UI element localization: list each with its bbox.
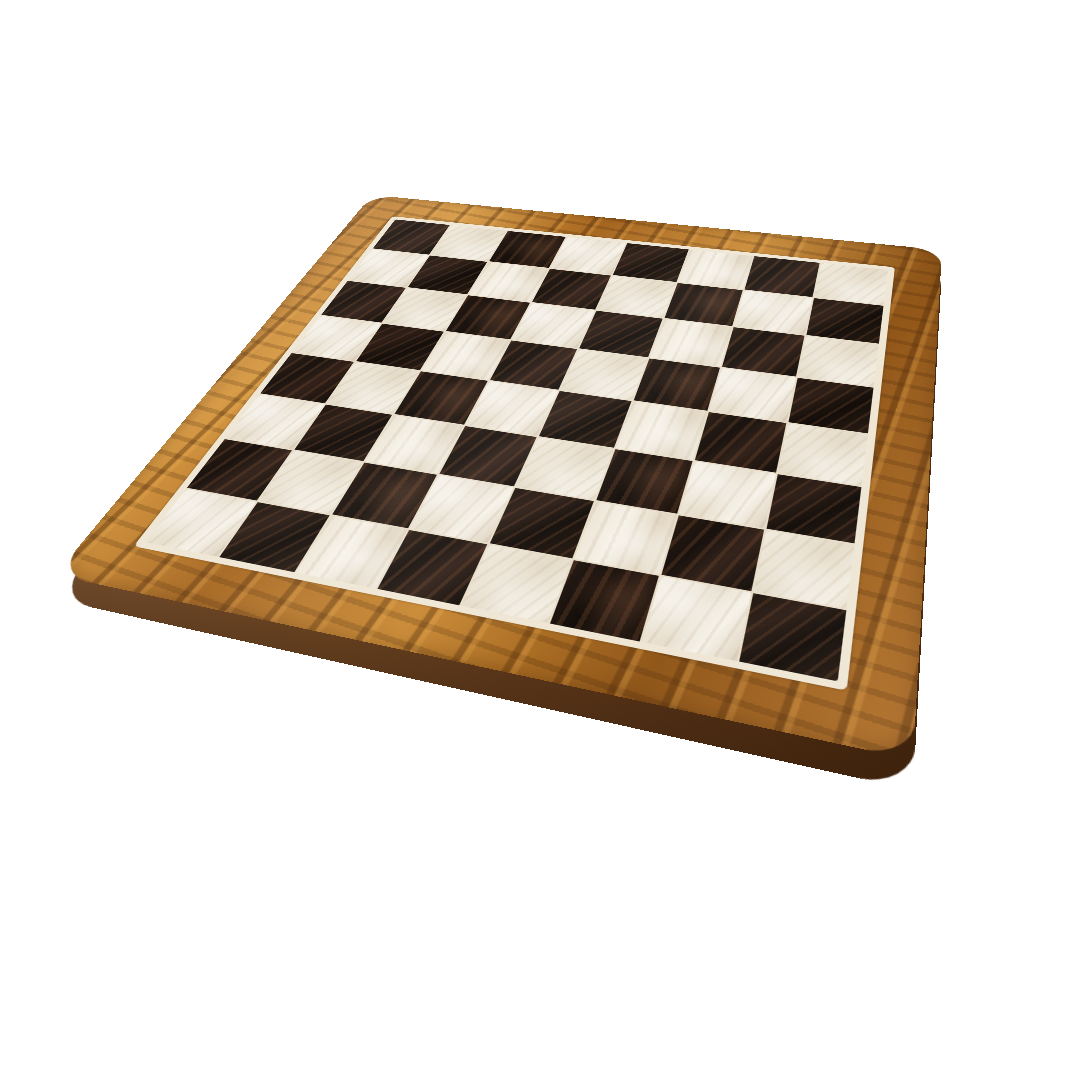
board-squares-grid <box>145 219 888 681</box>
scene <box>0 0 1080 1080</box>
